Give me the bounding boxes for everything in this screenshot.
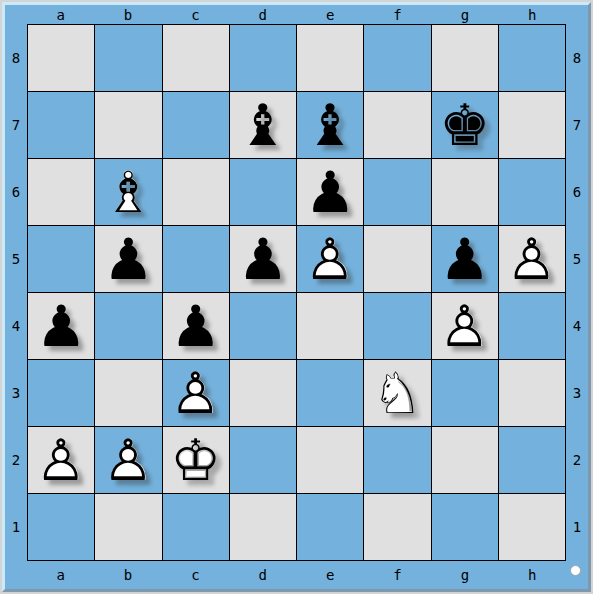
- piece-outline-glyph: ♗: [95, 159, 161, 225]
- piece-outline-glyph: ♙: [95, 427, 161, 493]
- square-h6[interactable]: [499, 159, 565, 225]
- black-pawn[interactable]: ♟: [432, 226, 498, 292]
- black-bishop[interactable]: ♝: [230, 92, 296, 158]
- piece-glyph: ♝: [297, 92, 363, 158]
- square-g6[interactable]: [432, 159, 498, 225]
- white-king[interactable]: ♚♔: [163, 427, 229, 493]
- square-h2[interactable]: [499, 427, 565, 493]
- square-a5[interactable]: [28, 226, 94, 292]
- square-c3[interactable]: ♟♙: [163, 360, 229, 426]
- square-f1[interactable]: [364, 494, 430, 560]
- white-knight[interactable]: ♞♘: [364, 360, 430, 426]
- square-g8[interactable]: [432, 25, 498, 91]
- square-c5[interactable]: [163, 226, 229, 292]
- white-to-move-icon: [570, 565, 581, 576]
- piece-outline-glyph: ♔: [163, 427, 229, 493]
- square-e6[interactable]: ♟: [297, 159, 363, 225]
- white-pawn[interactable]: ♟♙: [499, 226, 565, 292]
- square-h5[interactable]: ♟♙: [499, 226, 565, 292]
- piece-outline-glyph: ♘: [364, 360, 430, 426]
- square-f6[interactable]: [364, 159, 430, 225]
- black-pawn[interactable]: ♟: [163, 293, 229, 359]
- white-pawn[interactable]: ♟♙: [28, 427, 94, 493]
- square-g4[interactable]: ♟♙: [432, 293, 498, 359]
- square-b5[interactable]: ♟: [95, 226, 161, 292]
- square-h1[interactable]: [499, 494, 565, 560]
- square-b3[interactable]: [95, 360, 161, 426]
- square-d1[interactable]: [230, 494, 296, 560]
- rank-label-5: 5: [5, 225, 27, 292]
- file-label-d: d: [229, 561, 296, 589]
- square-b8[interactable]: [95, 25, 161, 91]
- square-d8[interactable]: [230, 25, 296, 91]
- square-a2[interactable]: ♟♙: [28, 427, 94, 493]
- rank-label-2: 2: [5, 427, 27, 494]
- file-label-a: a: [27, 561, 94, 589]
- square-e5[interactable]: ♟♙: [297, 226, 363, 292]
- square-f8[interactable]: [364, 25, 430, 91]
- square-e8[interactable]: [297, 25, 363, 91]
- square-a1[interactable]: [28, 494, 94, 560]
- square-d6[interactable]: [230, 159, 296, 225]
- rank-label-3: 3: [5, 360, 27, 427]
- file-label-h: h: [499, 5, 566, 24]
- square-f7[interactable]: [364, 92, 430, 158]
- square-c7[interactable]: [163, 92, 229, 158]
- square-h4[interactable]: [499, 293, 565, 359]
- rank-labels-right: 87654321: [566, 24, 588, 561]
- rank-label-2: 2: [566, 427, 588, 494]
- square-d7[interactable]: ♝: [230, 92, 296, 158]
- white-pawn[interactable]: ♟♙: [95, 427, 161, 493]
- file-label-c: c: [162, 5, 229, 24]
- square-c2[interactable]: ♚♔: [163, 427, 229, 493]
- rank-label-3: 3: [566, 360, 588, 427]
- square-g1[interactable]: [432, 494, 498, 560]
- square-a8[interactable]: [28, 25, 94, 91]
- black-pawn[interactable]: ♟: [297, 159, 363, 225]
- square-e7[interactable]: ♝: [297, 92, 363, 158]
- piece-glyph: ♟: [163, 293, 229, 359]
- square-a3[interactable]: [28, 360, 94, 426]
- chess-board: ♝♝♚♝♗♟♟♟♟♙♟♟♙♟♟♟♙♟♙♞♘♟♙♟♙♚♔: [27, 24, 566, 561]
- black-pawn[interactable]: ♟: [28, 293, 94, 359]
- square-c4[interactable]: ♟: [163, 293, 229, 359]
- square-e2[interactable]: [297, 427, 363, 493]
- rank-label-6: 6: [5, 158, 27, 225]
- square-a4[interactable]: ♟: [28, 293, 94, 359]
- rank-label-5: 5: [566, 225, 588, 292]
- white-bishop[interactable]: ♝♗: [95, 159, 161, 225]
- rank-label-6: 6: [566, 158, 588, 225]
- file-label-a: a: [27, 5, 94, 24]
- square-g3[interactable]: [432, 360, 498, 426]
- square-f2[interactable]: [364, 427, 430, 493]
- piece-outline-glyph: ♙: [297, 226, 363, 292]
- square-h3[interactable]: [499, 360, 565, 426]
- file-labels-top: abcdefgh: [27, 5, 566, 24]
- square-e4[interactable]: [297, 293, 363, 359]
- file-label-g: g: [431, 5, 498, 24]
- square-d4[interactable]: [230, 293, 296, 359]
- rank-label-1: 1: [566, 494, 588, 561]
- square-b1[interactable]: [95, 494, 161, 560]
- file-label-d: d: [229, 5, 296, 24]
- file-label-f: f: [364, 5, 431, 24]
- square-e3[interactable]: [297, 360, 363, 426]
- piece-outline-glyph: ♙: [432, 293, 498, 359]
- file-label-b: b: [94, 561, 161, 589]
- square-g2[interactable]: [432, 427, 498, 493]
- piece-glyph: ♟: [28, 293, 94, 359]
- rank-label-8: 8: [566, 24, 588, 91]
- chess-app-window: abcdefgh abcdefgh 87654321 87654321 ♝♝♚♝…: [0, 0, 593, 594]
- rank-label-7: 7: [5, 91, 27, 158]
- black-pawn[interactable]: ♟: [95, 226, 161, 292]
- square-b2[interactable]: ♟♙: [95, 427, 161, 493]
- rank-label-4: 4: [566, 293, 588, 360]
- file-label-e: e: [297, 561, 364, 589]
- white-pawn[interactable]: ♟♙: [432, 293, 498, 359]
- piece-outline-glyph: ♙: [28, 427, 94, 493]
- square-a6[interactable]: [28, 159, 94, 225]
- square-g5[interactable]: ♟: [432, 226, 498, 292]
- square-f3[interactable]: ♞♘: [364, 360, 430, 426]
- rank-label-1: 1: [5, 494, 27, 561]
- file-label-b: b: [94, 5, 161, 24]
- white-pawn[interactable]: ♟♙: [297, 226, 363, 292]
- square-b7[interactable]: [95, 92, 161, 158]
- piece-outline-glyph: ♙: [163, 360, 229, 426]
- square-d2[interactable]: [230, 427, 296, 493]
- square-b6[interactable]: ♝♗: [95, 159, 161, 225]
- piece-glyph: ♟: [95, 226, 161, 292]
- rank-label-8: 8: [5, 24, 27, 91]
- black-bishop[interactable]: ♝: [297, 92, 363, 158]
- square-c6[interactable]: [163, 159, 229, 225]
- rank-label-4: 4: [5, 293, 27, 360]
- square-g7[interactable]: ♚: [432, 92, 498, 158]
- square-h8[interactable]: [499, 25, 565, 91]
- file-label-f: f: [364, 561, 431, 589]
- black-king[interactable]: ♚: [432, 92, 498, 158]
- board-frame: abcdefgh abcdefgh 87654321 87654321 ♝♝♚♝…: [2, 2, 591, 592]
- square-a7[interactable]: [28, 92, 94, 158]
- piece-glyph: ♟: [297, 159, 363, 225]
- file-label-c: c: [162, 561, 229, 589]
- rank-label-7: 7: [566, 91, 588, 158]
- square-b4[interactable]: [95, 293, 161, 359]
- square-c1[interactable]: [163, 494, 229, 560]
- square-d5[interactable]: ♟: [230, 226, 296, 292]
- white-pawn[interactable]: ♟♙: [163, 360, 229, 426]
- square-f4[interactable]: [364, 293, 430, 359]
- square-c8[interactable]: [163, 25, 229, 91]
- piece-glyph: ♝: [230, 92, 296, 158]
- piece-glyph: ♚: [432, 92, 498, 158]
- file-label-g: g: [431, 561, 498, 589]
- square-d3[interactable]: [230, 360, 296, 426]
- black-pawn[interactable]: ♟: [230, 226, 296, 292]
- square-e1[interactable]: [297, 494, 363, 560]
- square-h7[interactable]: [499, 92, 565, 158]
- file-label-e: e: [297, 5, 364, 24]
- piece-outline-glyph: ♙: [499, 226, 565, 292]
- file-labels-bottom: abcdefgh: [27, 561, 566, 589]
- file-label-h: h: [499, 561, 566, 589]
- rank-labels-left: 87654321: [5, 24, 27, 561]
- piece-glyph: ♟: [432, 226, 498, 292]
- piece-glyph: ♟: [230, 226, 296, 292]
- square-f5[interactable]: [364, 226, 430, 292]
